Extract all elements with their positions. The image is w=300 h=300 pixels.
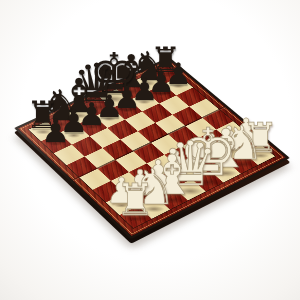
chess-board [14,57,290,239]
photo-stage: ♜♞♝♛♚♝♞♜♟♟♟♟♟♟♟♟♟♟♟♟♟♟♟♟♜♞♝♛♚♝♞♜ [0,0,300,300]
board-squares [28,65,276,229]
